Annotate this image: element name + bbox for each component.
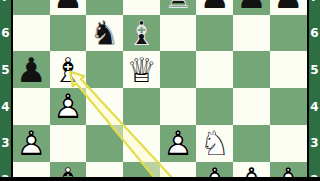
square-e4[interactable] [160, 88, 197, 125]
piece-outline-glyph: ♙ [53, 89, 83, 123]
square-d4[interactable] [123, 88, 160, 125]
square-c4[interactable] [86, 88, 123, 125]
square-e6[interactable] [160, 15, 197, 52]
rank-label-4: 4 [0, 100, 11, 114]
square-e5[interactable] [160, 51, 197, 88]
square-d3[interactable] [123, 125, 160, 162]
square-c5[interactable] [86, 51, 123, 88]
rank-label-6: 6 [309, 26, 320, 40]
square-a6[interactable] [13, 15, 50, 52]
piece-fill-glyph: ♟ [200, 0, 230, 13]
square-b3[interactable] [50, 125, 87, 162]
piece-fill-glyph: ♟ [53, 0, 83, 13]
piece-white-pawn[interactable]: ♟♙ [13, 125, 50, 162]
letterbox-bottom-bar [0, 177, 320, 181]
piece-white-knight[interactable]: ♞♘ [196, 125, 233, 162]
square-g3[interactable] [233, 125, 270, 162]
square-h6[interactable] [270, 15, 307, 52]
piece-outline-glyph: ♗ [53, 53, 83, 87]
piece-fill-glyph: ♟ [236, 0, 266, 13]
piece-outline-glyph: ♙ [163, 126, 193, 160]
piece-black-pawn[interactable]: ♟ [196, 0, 233, 15]
chess-board: ♟♜♖♟♟♟♞♘♝♗♟♝♗♛♕♟♙♟♙♟♙♞♘♝♗♟♙♟♙♟♙ [13, 0, 307, 180]
rank-label-3: 3 [309, 136, 320, 150]
piece-black-rook[interactable]: ♜♖ [160, 0, 197, 15]
square-g4[interactable] [233, 88, 270, 125]
square-h7[interactable]: ♟ [270, 0, 307, 15]
piece-outline-glyph: ♘ [200, 126, 230, 160]
chess-board-screenshot: ♟♜♖♟♟♟♞♘♝♗♟♝♗♛♕♟♙♟♙♟♙♞♘♝♗♟♙♟♙♟♙ 765432 7… [0, 0, 320, 180]
square-f4[interactable] [196, 88, 233, 125]
piece-white-queen[interactable]: ♛♕ [123, 51, 160, 88]
square-e3[interactable]: ♟♙ [160, 125, 197, 162]
board-viewport: ♟♜♖♟♟♟♞♘♝♗♟♝♗♛♕♟♙♟♙♟♙♞♘♝♗♟♙♟♙♟♙ [13, 0, 307, 180]
square-f6[interactable] [196, 15, 233, 52]
square-b6[interactable] [50, 15, 87, 52]
square-h4[interactable] [270, 88, 307, 125]
square-b7[interactable]: ♟ [50, 0, 87, 15]
piece-black-pawn[interactable]: ♟ [270, 0, 307, 15]
square-g6[interactable] [233, 15, 270, 52]
piece-black-bishop[interactable]: ♝♗ [123, 15, 160, 52]
square-f7[interactable]: ♟ [196, 0, 233, 15]
square-d6[interactable]: ♝♗ [123, 15, 160, 52]
square-c6[interactable]: ♞♘ [86, 15, 123, 52]
piece-outline-glyph: ♕ [126, 53, 156, 87]
piece-white-pawn[interactable]: ♟♙ [50, 88, 87, 125]
piece-black-pawn[interactable]: ♟ [233, 0, 270, 15]
piece-outline-glyph: ♘ [89, 16, 119, 50]
piece-black-pawn[interactable]: ♟ [13, 51, 50, 88]
square-a3[interactable]: ♟♙ [13, 125, 50, 162]
piece-outline-glyph: ♙ [16, 126, 46, 160]
piece-black-pawn[interactable]: ♟ [50, 0, 87, 15]
piece-white-pawn[interactable]: ♟♙ [160, 125, 197, 162]
square-h3[interactable] [270, 125, 307, 162]
square-e7[interactable]: ♜♖ [160, 0, 197, 15]
rank-label-5: 5 [309, 63, 320, 77]
square-a5[interactable]: ♟ [13, 51, 50, 88]
rank-label-4: 4 [309, 100, 320, 114]
rank-labels-right: 765432 [309, 0, 320, 180]
rank-labels-left: 765432 [0, 0, 11, 180]
square-f3[interactable]: ♞♘ [196, 125, 233, 162]
rank-label-7: 7 [309, 0, 320, 4]
square-c3[interactable] [86, 125, 123, 162]
piece-fill-glyph: ♟ [16, 53, 46, 87]
square-b5[interactable]: ♝♗ [50, 51, 87, 88]
square-f5[interactable] [196, 51, 233, 88]
square-a4[interactable] [13, 88, 50, 125]
rank-label-7: 7 [0, 0, 11, 4]
rank-label-5: 5 [0, 63, 11, 77]
square-g7[interactable]: ♟ [233, 0, 270, 15]
piece-white-bishop[interactable]: ♝♗ [50, 51, 87, 88]
square-b4[interactable]: ♟♙ [50, 88, 87, 125]
rank-label-6: 6 [0, 26, 11, 40]
rank-label-3: 3 [0, 136, 11, 150]
piece-outline-glyph: ♖ [163, 0, 193, 13]
piece-black-knight[interactable]: ♞♘ [86, 15, 123, 52]
square-g5[interactable] [233, 51, 270, 88]
square-h5[interactable] [270, 51, 307, 88]
square-a7[interactable] [13, 0, 50, 15]
piece-fill-glyph: ♟ [273, 0, 303, 13]
square-d5[interactable]: ♛♕ [123, 51, 160, 88]
piece-outline-glyph: ♗ [126, 16, 156, 50]
